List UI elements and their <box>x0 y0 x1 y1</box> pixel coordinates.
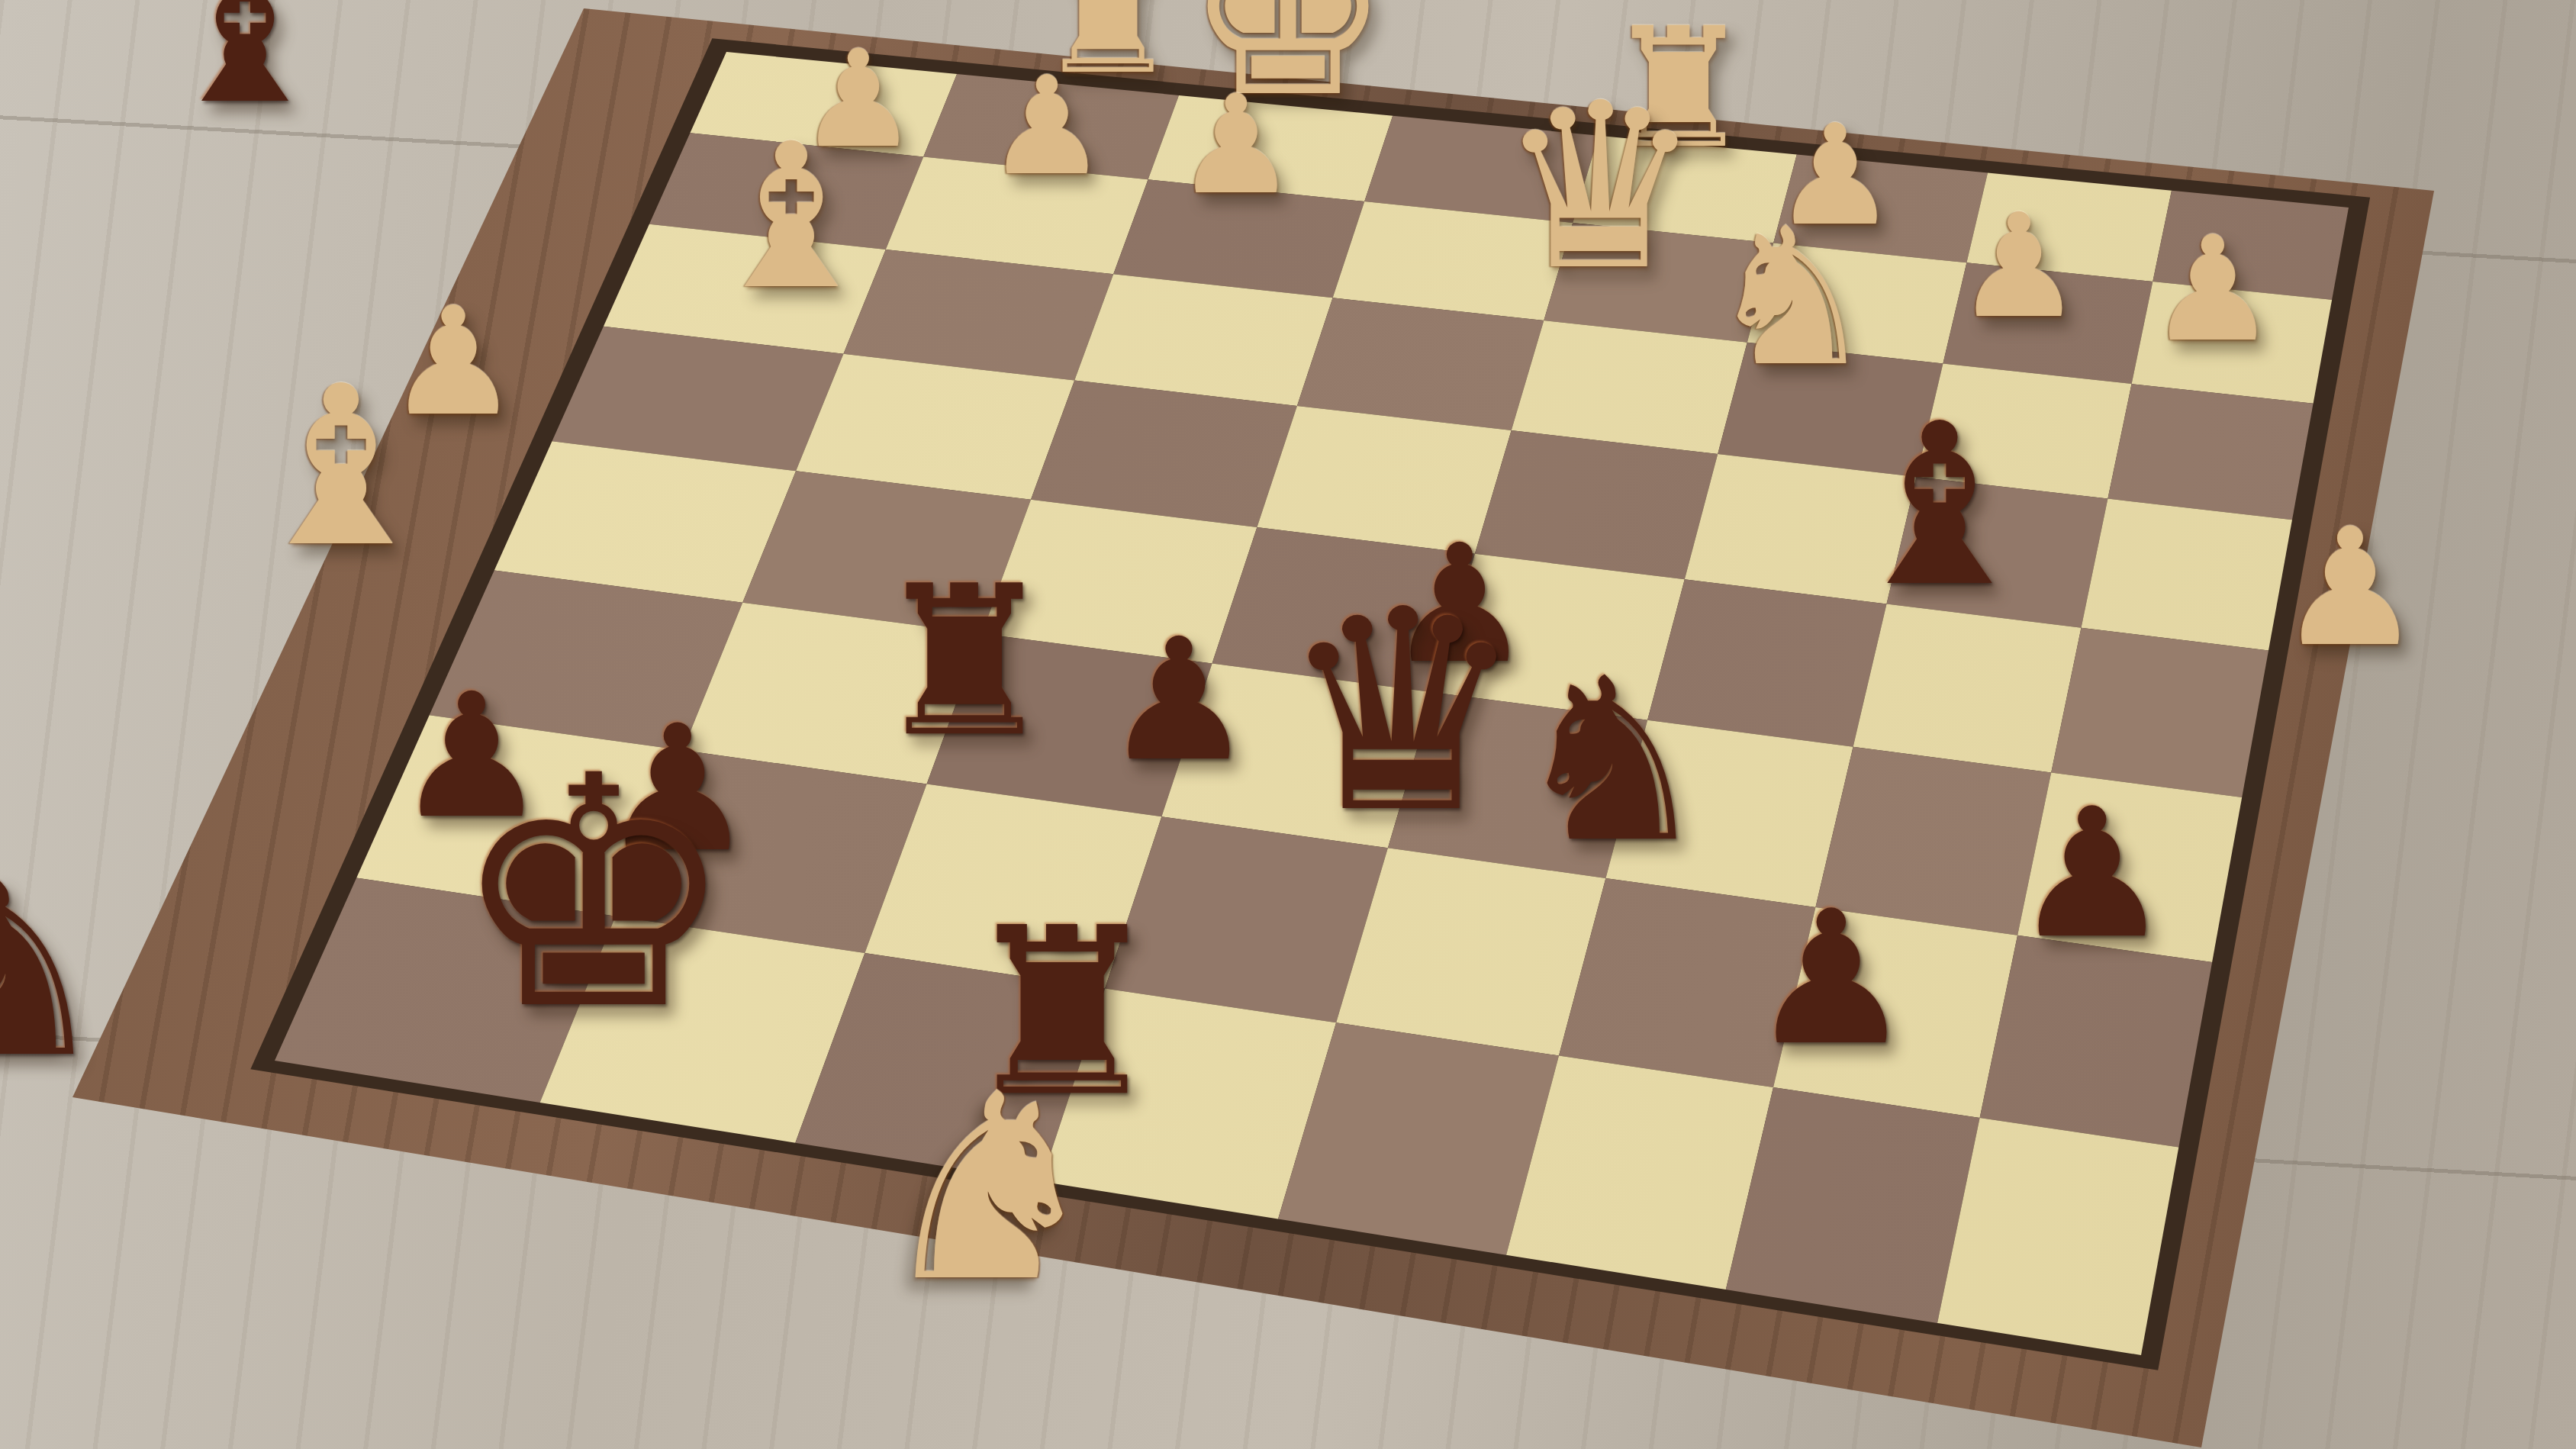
pieces-layer: ♜♚♝♟♜♟♟♟♛♝♟♟♞♟♝♝♟♟♜♟♟♛♞♟♟♚♟♞♜♞ <box>0 0 2576 1449</box>
piece-white-pawn-b4[interactable]: ♟ <box>1955 195 2084 338</box>
piece-black-pawn-a7[interactable]: ♟ <box>2012 784 2172 963</box>
piece-white-pawn-e2[interactable]: ♟ <box>1175 77 1297 214</box>
captured-white-pawn-right-frame: ♟ <box>2278 507 2423 669</box>
table-surface: ♜♚♝♟♜♟♟♟♛♝♟♟♞♟♝♝♟♟♜♟♟♛♞♟♟♚♟♞♜♞ <box>0 0 2576 1449</box>
piece-black-pawn-b7[interactable]: ♟ <box>1749 886 1914 1071</box>
captured-white-bishop-left-frame: ♝ <box>242 357 440 578</box>
captured-black-piece-edge: ♞ <box>0 851 112 1091</box>
piece-black-bishop-c5[interactable]: ♝ <box>1840 394 2040 617</box>
piece-black-queen-d6[interactable]: ♛ <box>1278 573 1527 851</box>
piece-black-rook-f6[interactable]: ♜ <box>872 559 1058 765</box>
piece-white-pawn-f2[interactable]: ♟ <box>986 59 1108 195</box>
piece-white-bishop-h3[interactable]: ♝ <box>702 118 881 317</box>
piece-black-pawn-e6[interactable]: ♟ <box>1103 616 1254 784</box>
piece-black-knight-c6[interactable]: ♞ <box>1511 649 1712 874</box>
piece-white-pawn-a4[interactable]: ♟ <box>2148 217 2278 362</box>
piece-white-queen-d2[interactable]: ♛ <box>1498 73 1703 302</box>
piece-white-knight-c3[interactable]: ♞ <box>1706 203 1876 393</box>
piece-black-king-g8[interactable]: ♚ <box>451 735 737 1054</box>
captured-black-bishop-table: ♝ <box>162 0 328 129</box>
captured-white-knight-near-frame: ♞ <box>874 1060 1104 1317</box>
